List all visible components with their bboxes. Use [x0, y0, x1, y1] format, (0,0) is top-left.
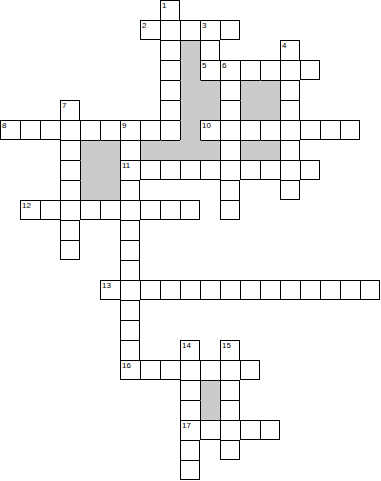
- blocked-cell: [180, 80, 200, 100]
- grid-cell[interactable]: [260, 420, 280, 440]
- grid-cell[interactable]: [180, 160, 200, 180]
- grid-cell[interactable]: [160, 160, 180, 180]
- blocked-cell: [100, 160, 120, 180]
- grid-cell[interactable]: [140, 280, 160, 300]
- grid-cell[interactable]: [220, 440, 240, 460]
- grid-cell[interactable]: [180, 360, 200, 380]
- grid-cell[interactable]: [60, 200, 80, 220]
- grid-cell[interactable]: [260, 280, 280, 300]
- grid-cell[interactable]: [140, 160, 160, 180]
- grid-cell[interactable]: [220, 180, 240, 200]
- clue-number: 5: [202, 61, 206, 70]
- grid-cell[interactable]: [180, 280, 200, 300]
- grid-cell[interactable]: [80, 120, 100, 140]
- grid-cell[interactable]: [60, 140, 80, 160]
- grid-cell[interactable]: [120, 340, 140, 360]
- blocked-cell: [140, 140, 160, 160]
- clue-number: 11: [122, 161, 130, 170]
- grid-cell[interactable]: [340, 280, 360, 300]
- grid-cell[interactable]: [180, 20, 200, 40]
- grid-cell[interactable]: 8: [0, 120, 20, 140]
- grid-cell[interactable]: [280, 140, 300, 160]
- grid-cell[interactable]: [60, 240, 80, 260]
- grid-cell[interactable]: [220, 160, 240, 180]
- grid-cell[interactable]: [300, 280, 320, 300]
- grid-cell[interactable]: [200, 360, 220, 380]
- grid-cell[interactable]: [120, 240, 140, 260]
- grid-cell[interactable]: [140, 120, 160, 140]
- blocked-cell: [200, 80, 220, 100]
- grid-cell[interactable]: [60, 180, 80, 200]
- grid-cell[interactable]: [220, 120, 240, 140]
- blocked-cell: [240, 80, 260, 100]
- grid-cell[interactable]: [200, 280, 220, 300]
- grid-cell[interactable]: [280, 120, 300, 140]
- blocked-cell: [240, 100, 260, 120]
- blocked-cell: [180, 60, 200, 80]
- grid-cell[interactable]: 1: [160, 0, 180, 20]
- grid-cell[interactable]: 11: [120, 160, 140, 180]
- blocked-cell: [240, 140, 260, 160]
- blocked-cell: [200, 140, 220, 160]
- grid-cell[interactable]: [220, 280, 240, 300]
- grid-cell[interactable]: [160, 100, 180, 120]
- grid-cell[interactable]: [180, 400, 200, 420]
- grid-cell[interactable]: [260, 120, 280, 140]
- grid-cell[interactable]: 9: [120, 120, 140, 140]
- clue-number: 4: [282, 41, 286, 50]
- grid-cell[interactable]: [200, 40, 220, 60]
- blocked-cell: [160, 140, 180, 160]
- grid-cell[interactable]: 16: [120, 360, 140, 380]
- grid-cell[interactable]: [160, 60, 180, 80]
- grid-cell[interactable]: [160, 200, 180, 220]
- grid-cell[interactable]: [260, 60, 280, 80]
- grid-cell[interactable]: [80, 200, 100, 220]
- grid-cell[interactable]: [280, 100, 300, 120]
- grid-cell[interactable]: [160, 20, 180, 40]
- grid-cell[interactable]: [40, 200, 60, 220]
- grid-cell[interactable]: [120, 180, 140, 200]
- blocked-cell: [80, 180, 100, 200]
- grid-cell[interactable]: [120, 280, 140, 300]
- grid-cell[interactable]: [240, 160, 260, 180]
- grid-cell[interactable]: 17: [180, 420, 200, 440]
- grid-cell[interactable]: [180, 460, 200, 480]
- blocked-cell: [180, 120, 200, 140]
- clue-number: 9: [122, 121, 126, 130]
- clue-number: 7: [62, 101, 66, 110]
- blocked-cell: [200, 380, 220, 400]
- grid-cell[interactable]: [220, 380, 240, 400]
- clue-number: 12: [22, 201, 31, 210]
- grid-cell[interactable]: [260, 160, 280, 180]
- grid-cell[interactable]: [300, 60, 320, 80]
- grid-cell[interactable]: [200, 160, 220, 180]
- grid-cell[interactable]: 3: [200, 20, 220, 40]
- clue-number: 6: [222, 61, 226, 70]
- grid-cell[interactable]: [20, 120, 40, 140]
- clue-number: 1: [162, 1, 166, 10]
- blocked-cell: [100, 180, 120, 200]
- clue-number: 2: [142, 21, 146, 30]
- grid-cell[interactable]: [120, 300, 140, 320]
- grid-cell[interactable]: 10: [200, 120, 220, 140]
- grid-cell[interactable]: [180, 380, 200, 400]
- grid-cell[interactable]: [220, 360, 240, 380]
- grid-cell[interactable]: [220, 100, 240, 120]
- grid-cell[interactable]: 12: [20, 200, 40, 220]
- grid-cell[interactable]: [280, 80, 300, 100]
- blocked-cell: [260, 100, 280, 120]
- blocked-cell: [80, 160, 100, 180]
- blocked-cell: [260, 140, 280, 160]
- grid-cell[interactable]: [120, 220, 140, 240]
- grid-cell[interactable]: [160, 120, 180, 140]
- grid-cell[interactable]: [240, 280, 260, 300]
- blocked-cell: [200, 400, 220, 420]
- grid-cell[interactable]: [300, 120, 320, 140]
- grid-cell[interactable]: [300, 160, 320, 180]
- grid-cell[interactable]: [220, 200, 240, 220]
- grid-cell[interactable]: [140, 360, 160, 380]
- clue-number: 13: [102, 281, 111, 290]
- grid-cell[interactable]: [160, 80, 180, 100]
- clue-number: 3: [202, 21, 206, 30]
- grid-cell[interactable]: 5: [200, 60, 220, 80]
- blocked-cell: [180, 140, 200, 160]
- grid-cell[interactable]: [240, 420, 260, 440]
- grid-cell[interactable]: 4: [280, 40, 300, 60]
- grid-cell[interactable]: [280, 280, 300, 300]
- grid-cell[interactable]: 15: [220, 340, 240, 360]
- crossword-page: 1234567891011121314151617: [0, 0, 381, 481]
- grid-cell[interactable]: [160, 280, 180, 300]
- grid-cell[interactable]: [60, 220, 80, 240]
- grid-cell[interactable]: [220, 140, 240, 160]
- grid-cell[interactable]: [120, 320, 140, 340]
- crossword-grid: 1234567891011121314151617: [0, 0, 380, 480]
- grid-cell[interactable]: [180, 440, 200, 460]
- blocked-cell: [200, 100, 220, 120]
- grid-cell[interactable]: [240, 360, 260, 380]
- grid-cell[interactable]: [120, 140, 140, 160]
- grid-cell[interactable]: [120, 260, 140, 280]
- grid-cell[interactable]: [280, 160, 300, 180]
- blocked-cell: [260, 80, 280, 100]
- clue-number: 16: [122, 361, 131, 370]
- grid-cell[interactable]: 6: [220, 60, 240, 80]
- grid-cell[interactable]: [280, 180, 300, 200]
- grid-cell[interactable]: [180, 200, 200, 220]
- grid-cell[interactable]: [160, 360, 180, 380]
- grid-cell[interactable]: [360, 280, 380, 300]
- grid-cell[interactable]: [220, 420, 240, 440]
- blocked-cell: [180, 40, 200, 60]
- grid-cell[interactable]: [240, 120, 260, 140]
- grid-cell[interactable]: [240, 60, 260, 80]
- grid-cell[interactable]: [320, 280, 340, 300]
- clue-number: 17: [182, 421, 191, 430]
- clue-number: 8: [2, 121, 6, 130]
- grid-cell[interactable]: [320, 120, 340, 140]
- grid-cell[interactable]: 14: [180, 340, 200, 360]
- grid-cell[interactable]: [200, 420, 220, 440]
- grid-cell[interactable]: [100, 120, 120, 140]
- clue-number: 10: [202, 121, 211, 130]
- grid-cell[interactable]: 13: [100, 280, 120, 300]
- grid-cell[interactable]: [120, 200, 140, 220]
- grid-cell[interactable]: [100, 200, 120, 220]
- grid-cell[interactable]: [60, 120, 80, 140]
- grid-cell[interactable]: [280, 60, 300, 80]
- clue-number: 15: [222, 341, 231, 350]
- blocked-cell: [100, 140, 120, 160]
- grid-cell[interactable]: [160, 40, 180, 60]
- grid-cell[interactable]: [40, 120, 60, 140]
- grid-cell[interactable]: [340, 120, 360, 140]
- grid-cell[interactable]: [220, 400, 240, 420]
- grid-cell[interactable]: 2: [140, 20, 160, 40]
- grid-cell[interactable]: [220, 20, 240, 40]
- grid-cell[interactable]: [220, 80, 240, 100]
- grid-cell[interactable]: [60, 160, 80, 180]
- grid-cell[interactable]: [140, 200, 160, 220]
- clue-number: 14: [182, 341, 191, 350]
- blocked-cell: [180, 100, 200, 120]
- blocked-cell: [80, 140, 100, 160]
- grid-cell[interactable]: 7: [60, 100, 80, 120]
